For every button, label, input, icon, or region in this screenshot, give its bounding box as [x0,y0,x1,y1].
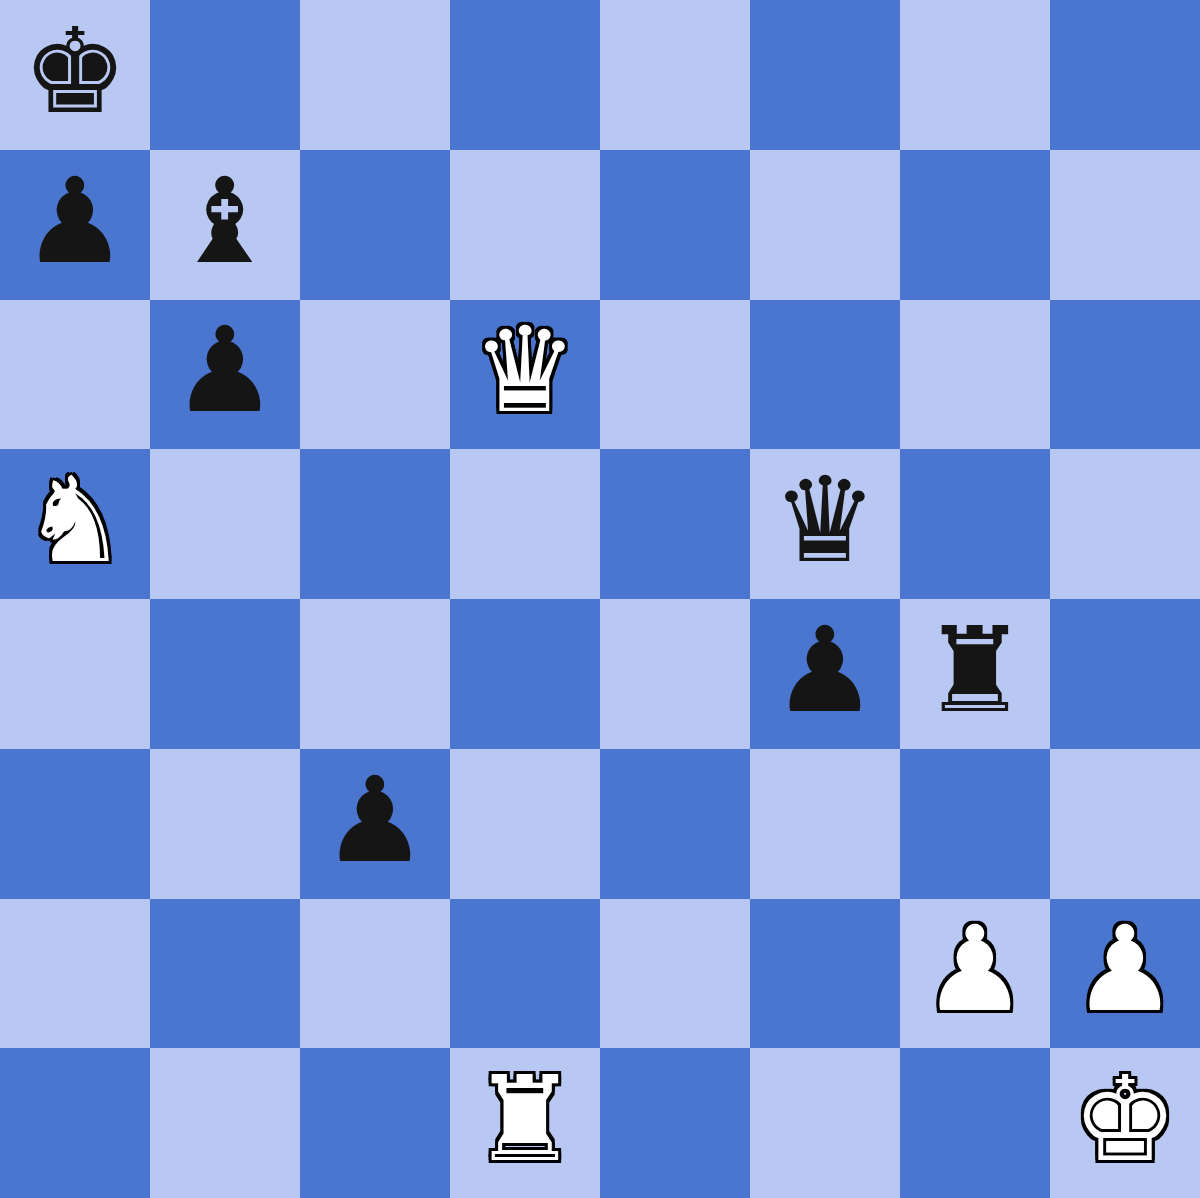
square-h4[interactable] [1050,599,1200,749]
square-d3[interactable] [450,749,600,899]
white-queen-piece[interactable]: ♛ [472,311,578,429]
square-g6[interactable] [900,300,1050,450]
square-e6[interactable] [600,300,750,450]
square-a3[interactable] [0,749,150,899]
square-c8[interactable] [300,0,450,150]
square-g3[interactable] [900,749,1050,899]
square-e1[interactable] [600,1048,750,1198]
square-c6[interactable] [300,300,450,450]
square-g7[interactable] [900,150,1050,300]
square-f1[interactable] [750,1048,900,1198]
square-f7[interactable] [750,150,900,300]
black-king-piece[interactable]: ♚ [22,12,128,130]
square-a1[interactable] [0,1048,150,1198]
square-f2[interactable] [750,899,900,1049]
square-d5[interactable] [450,449,600,599]
black-pawn-piece[interactable]: ♟ [772,611,878,729]
square-e8[interactable] [600,0,750,150]
square-g2[interactable]: ♟ [900,899,1050,1049]
square-f4[interactable]: ♟ [750,599,900,749]
square-c2[interactable] [300,899,450,1049]
square-h6[interactable] [1050,300,1200,450]
square-d8[interactable] [450,0,600,150]
square-c3[interactable]: ♟ [300,749,450,899]
chess-board: ♚♟♝♟♛♞♛♟♜♟♟♟♜♚ [0,0,1200,1198]
square-b5[interactable] [150,449,300,599]
square-d6[interactable]: ♛ [450,300,600,450]
square-e5[interactable] [600,449,750,599]
square-f3[interactable] [750,749,900,899]
black-rook-piece[interactable]: ♜ [922,611,1028,729]
square-f8[interactable] [750,0,900,150]
square-b1[interactable] [150,1048,300,1198]
square-h8[interactable] [1050,0,1200,150]
square-e7[interactable] [600,150,750,300]
square-a4[interactable] [0,599,150,749]
square-f6[interactable] [750,300,900,450]
square-b2[interactable] [150,899,300,1049]
black-bishop-piece[interactable]: ♝ [172,162,278,280]
square-b4[interactable] [150,599,300,749]
square-f5[interactable]: ♛ [750,449,900,599]
square-h2[interactable]: ♟ [1050,899,1200,1049]
white-rook-piece[interactable]: ♜ [472,1060,578,1178]
black-queen-piece[interactable]: ♛ [772,461,878,579]
square-a6[interactable] [0,300,150,450]
square-e3[interactable] [600,749,750,899]
square-b3[interactable] [150,749,300,899]
square-a8[interactable]: ♚ [0,0,150,150]
white-knight-piece[interactable]: ♞ [22,461,128,579]
square-a7[interactable]: ♟ [0,150,150,300]
black-pawn-piece[interactable]: ♟ [172,311,278,429]
square-h1[interactable]: ♚ [1050,1048,1200,1198]
square-h7[interactable] [1050,150,1200,300]
square-h3[interactable] [1050,749,1200,899]
black-pawn-piece[interactable]: ♟ [22,162,128,280]
square-b8[interactable] [150,0,300,150]
white-pawn-piece[interactable]: ♟ [1072,910,1178,1028]
square-b6[interactable]: ♟ [150,300,300,450]
chess-board-wrapper: ♚♟♝♟♛♞♛♟♜♟♟♟♜♚ [0,0,1200,1198]
square-e4[interactable] [600,599,750,749]
square-g5[interactable] [900,449,1050,599]
square-g8[interactable] [900,0,1050,150]
square-a2[interactable] [0,899,150,1049]
square-d7[interactable] [450,150,600,300]
black-pawn-piece[interactable]: ♟ [322,761,428,879]
white-pawn-piece[interactable]: ♟ [922,910,1028,1028]
square-a5[interactable]: ♞ [0,449,150,599]
square-c5[interactable] [300,449,450,599]
square-d1[interactable]: ♜ [450,1048,600,1198]
square-e2[interactable] [600,899,750,1049]
square-d2[interactable] [450,899,600,1049]
square-c7[interactable] [300,150,450,300]
square-b7[interactable]: ♝ [150,150,300,300]
square-g1[interactable] [900,1048,1050,1198]
square-g4[interactable]: ♜ [900,599,1050,749]
square-c1[interactable] [300,1048,450,1198]
square-h5[interactable] [1050,449,1200,599]
white-king-piece[interactable]: ♚ [1072,1060,1178,1178]
square-c4[interactable] [300,599,450,749]
square-d4[interactable] [450,599,600,749]
